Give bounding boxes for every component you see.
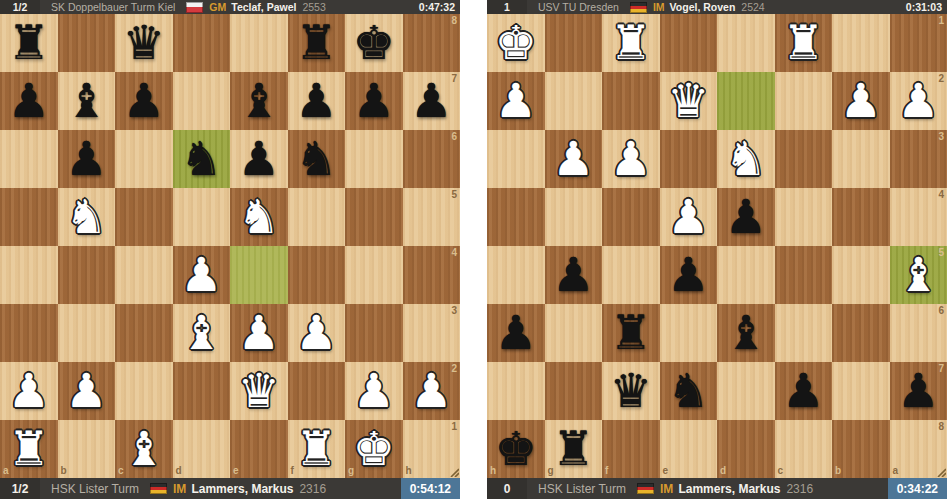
square-c6[interactable]	[775, 304, 833, 362]
square-f6[interactable]: ♜	[602, 304, 660, 362]
square-h2[interactable]: ♟2	[403, 362, 461, 420]
square-c8[interactable]: ♛	[115, 14, 173, 72]
white-pawn: ♟	[602, 130, 660, 188]
square-f2[interactable]	[602, 72, 660, 130]
player-title: GM	[209, 1, 226, 13]
square-b1[interactable]: b	[58, 420, 116, 478]
player-title: IM	[660, 482, 673, 496]
square-h1[interactable]: ♚	[487, 14, 545, 72]
black-king: ♚	[345, 14, 403, 72]
square-b8[interactable]	[58, 14, 116, 72]
square-e2[interactable]: ♛	[660, 72, 718, 130]
game-panel-left[interactable]: 1/2 SK Doppelbauer Turm Kiel GM Teclaf, …	[0, 0, 460, 499]
black-bishop: ♝	[230, 72, 288, 130]
rank-label: 1	[451, 422, 457, 432]
square-b6[interactable]	[832, 304, 890, 362]
player-rating: 2524	[741, 1, 764, 13]
file-label: e	[233, 466, 239, 476]
square-c3[interactable]	[775, 130, 833, 188]
square-g7[interactable]: ♟	[345, 72, 403, 130]
square-e5[interactable]: ♟	[660, 246, 718, 304]
black-bishop: ♝	[717, 304, 775, 362]
team-score-badge: 1/2	[0, 478, 40, 499]
team-score-badge: 0	[487, 478, 527, 499]
square-b2[interactable]: ♟	[58, 362, 116, 420]
square-h5[interactable]: 5	[403, 188, 461, 246]
square-a6[interactable]	[0, 130, 58, 188]
player-clock: 0:54:12	[401, 478, 460, 499]
file-label: f	[605, 466, 608, 476]
team-name: HSK Lister Turm	[51, 482, 139, 496]
square-h6[interactable]: 6	[403, 130, 461, 188]
square-b5[interactable]	[832, 246, 890, 304]
square-d7[interactable]	[717, 362, 775, 420]
chess-board-left: ♜♛♜♚8♟♝♟♝♟♟♟7♟♞♟♞6♞♞5♟4♝♟♟3♟♟♛♟♟2♜ab♝cde…	[0, 14, 460, 478]
square-e7[interactable]: ♞	[660, 362, 718, 420]
white-pawn: ♟	[832, 72, 890, 130]
black-rook: ♜	[0, 14, 58, 72]
player-rating: 2316	[786, 482, 813, 496]
player-name: Lammers, Markus	[678, 482, 780, 496]
square-f7[interactable]: ♛	[602, 362, 660, 420]
square-f8[interactable]: ♜	[288, 14, 346, 72]
square-a3[interactable]: 3	[890, 130, 948, 188]
white-pawn: ♟	[660, 188, 718, 246]
rank-label: 7	[938, 364, 944, 374]
square-c2[interactable]	[115, 362, 173, 420]
chess-board-right: ♚♜♜1♟♛♟♟2♟♟♞3♟♟4♟♟♝5♟♜♝6♛♞♟♟7♚h♜gfedcb8a	[487, 14, 947, 478]
square-d8[interactable]: d	[717, 420, 775, 478]
rank-label: 6	[938, 306, 944, 316]
square-b1[interactable]	[832, 14, 890, 72]
square-b8[interactable]: b	[832, 420, 890, 478]
black-rook: ♜	[288, 14, 346, 72]
square-g2[interactable]	[545, 72, 603, 130]
square-g4[interactable]	[345, 246, 403, 304]
team-score-badge: 1	[487, 0, 527, 14]
team-name: HSK Lister Turm	[538, 482, 626, 496]
black-knight: ♞	[660, 362, 718, 420]
square-f4[interactable]	[602, 188, 660, 246]
square-a2[interactable]: ♟2	[890, 72, 948, 130]
square-a4[interactable]	[0, 246, 58, 304]
square-h4[interactable]	[487, 188, 545, 246]
square-f6[interactable]: ♞	[288, 130, 346, 188]
black-pawn: ♟	[717, 188, 775, 246]
square-g1[interactable]	[545, 14, 603, 72]
square-d2[interactable]	[173, 362, 231, 420]
white-queen: ♛	[660, 72, 718, 130]
rank-label: 8	[451, 16, 457, 26]
square-b2[interactable]: ♟	[832, 72, 890, 130]
flag-germany-icon	[630, 2, 647, 13]
square-c8[interactable]: c	[775, 420, 833, 478]
square-e6[interactable]: ♟	[230, 130, 288, 188]
square-e8[interactable]: e	[660, 420, 718, 478]
file-label: g	[548, 466, 554, 476]
black-knight: ♞	[173, 130, 231, 188]
white-rook: ♜	[775, 14, 833, 72]
black-pawn: ♟	[115, 72, 173, 130]
rank-label: 1	[938, 16, 944, 26]
square-c1[interactable]: ♜	[775, 14, 833, 72]
file-label: b	[61, 466, 67, 476]
black-pawn: ♟	[660, 246, 718, 304]
file-label: h	[490, 466, 496, 476]
square-b3[interactable]	[832, 130, 890, 188]
square-a6[interactable]: 6	[890, 304, 948, 362]
white-pawn: ♟	[173, 246, 231, 304]
file-label: d	[176, 466, 182, 476]
square-h7[interactable]	[487, 362, 545, 420]
square-e3[interactable]	[660, 130, 718, 188]
square-f1[interactable]: ♜f	[288, 420, 346, 478]
rank-label: 7	[451, 74, 457, 84]
square-e8[interactable]	[230, 14, 288, 72]
file-label: d	[720, 466, 726, 476]
team-name: USV TU Dresden	[538, 1, 619, 13]
file-label: a	[3, 466, 9, 476]
square-f2[interactable]	[288, 362, 346, 420]
square-e6[interactable]	[660, 304, 718, 362]
square-a5[interactable]	[0, 188, 58, 246]
square-d4[interactable]: ♟	[173, 246, 231, 304]
player-name: Vogel, Roven	[670, 1, 736, 13]
black-pawn: ♟	[545, 246, 603, 304]
player-title: IM	[173, 482, 186, 496]
square-c4[interactable]	[775, 188, 833, 246]
black-pawn: ♟	[775, 362, 833, 420]
square-a7[interactable]: ♟7	[890, 362, 948, 420]
square-e4[interactable]: ♟	[660, 188, 718, 246]
white-pawn: ♟	[58, 362, 116, 420]
black-pawn: ♟	[58, 130, 116, 188]
black-rook: ♜	[602, 304, 660, 362]
square-g4[interactable]	[545, 188, 603, 246]
square-f4[interactable]	[288, 246, 346, 304]
top-player-bar: 1/2 SK Doppelbauer Turm Kiel GM Teclaf, …	[0, 0, 460, 14]
square-b7[interactable]: ♝	[58, 72, 116, 130]
black-queen: ♛	[115, 14, 173, 72]
square-a7[interactable]: ♟	[0, 72, 58, 130]
rank-label: 2	[451, 364, 457, 374]
player-name: Lammers, Markus	[191, 482, 293, 496]
square-g2[interactable]: ♟	[345, 362, 403, 420]
square-h2[interactable]: ♟	[487, 72, 545, 130]
square-g3[interactable]	[345, 304, 403, 362]
square-b7[interactable]	[832, 362, 890, 420]
bottom-player-bar: 0 HSK Lister Turm IM Lammers, Markus 231…	[487, 478, 947, 499]
square-a5[interactable]: ♝5	[890, 246, 948, 304]
square-d4[interactable]: ♟	[717, 188, 775, 246]
square-b4[interactable]	[58, 246, 116, 304]
game-panel-right[interactable]: 1 USV TU Dresden IM Vogel, Roven 2524 0:…	[487, 0, 947, 499]
square-g7[interactable]	[545, 362, 603, 420]
rank-label: 5	[938, 248, 944, 258]
square-d3[interactable]: ♝	[173, 304, 231, 362]
square-d5[interactable]	[717, 246, 775, 304]
black-pawn: ♟	[487, 304, 545, 362]
player-rating: 2316	[299, 482, 326, 496]
white-pawn: ♟	[487, 72, 545, 130]
square-b5[interactable]: ♞	[58, 188, 116, 246]
square-d1[interactable]	[717, 14, 775, 72]
white-rook: ♜	[602, 14, 660, 72]
file-label: f	[291, 466, 294, 476]
white-pawn: ♟	[0, 362, 58, 420]
square-c7[interactable]: ♟	[115, 72, 173, 130]
square-b4[interactable]	[832, 188, 890, 246]
square-c5[interactable]	[115, 188, 173, 246]
black-pawn: ♟	[230, 130, 288, 188]
file-label: c	[778, 466, 784, 476]
square-d6[interactable]: ♝	[717, 304, 775, 362]
square-h3[interactable]	[487, 130, 545, 188]
team-name: SK Doppelbauer Turm Kiel	[51, 1, 175, 13]
square-e1[interactable]: e	[230, 420, 288, 478]
square-g1[interactable]: ♚g	[345, 420, 403, 478]
square-e1[interactable]	[660, 14, 718, 72]
flag-germany-icon	[637, 483, 654, 494]
square-g5[interactable]: ♟	[545, 246, 603, 304]
square-e5[interactable]: ♞	[230, 188, 288, 246]
square-a2[interactable]: ♟	[0, 362, 58, 420]
board-corner-hatch-icon	[935, 466, 946, 477]
square-e2[interactable]: ♛	[230, 362, 288, 420]
square-f7[interactable]: ♟	[288, 72, 346, 130]
file-label: b	[835, 466, 841, 476]
square-b6[interactable]: ♟	[58, 130, 116, 188]
square-h8[interactable]: ♚h	[487, 420, 545, 478]
flag-poland-icon	[186, 2, 203, 13]
square-f8[interactable]: f	[602, 420, 660, 478]
square-h8[interactable]: 8	[403, 14, 461, 72]
white-knight: ♞	[58, 188, 116, 246]
square-e4[interactable]	[230, 246, 288, 304]
black-bishop: ♝	[58, 72, 116, 130]
square-c7[interactable]: ♟	[775, 362, 833, 420]
square-a1[interactable]: 1	[890, 14, 948, 72]
square-d7[interactable]	[173, 72, 231, 130]
square-g5[interactable]	[345, 188, 403, 246]
square-a3[interactable]	[0, 304, 58, 362]
white-queen: ♛	[230, 362, 288, 420]
square-f3[interactable]: ♟	[288, 304, 346, 362]
square-c5[interactable]	[775, 246, 833, 304]
board-corner-hatch-icon	[448, 466, 459, 477]
file-label: e	[663, 466, 669, 476]
square-a4[interactable]: 4	[890, 188, 948, 246]
square-c1[interactable]: ♝c	[115, 420, 173, 478]
square-h4[interactable]: 4	[403, 246, 461, 304]
square-b3[interactable]	[58, 304, 116, 362]
black-pawn: ♟	[0, 72, 58, 130]
team-score-badge: 1/2	[0, 0, 40, 14]
rank-label: 8	[938, 422, 944, 432]
rank-label: 5	[451, 190, 457, 200]
square-c2[interactable]	[775, 72, 833, 130]
square-c3[interactable]	[115, 304, 173, 362]
square-d5[interactable]	[173, 188, 231, 246]
square-c4[interactable]	[115, 246, 173, 304]
file-label: h	[406, 466, 412, 476]
white-pawn: ♟	[345, 362, 403, 420]
player-name: Teclaf, Pawel	[231, 1, 296, 13]
square-a1[interactable]: ♜a	[0, 420, 58, 478]
file-label: c	[118, 466, 124, 476]
white-pawn: ♟	[545, 130, 603, 188]
bottom-player-bar: 1/2 HSK Lister Turm IM Lammers, Markus 2…	[0, 478, 460, 499]
square-f5[interactable]	[602, 246, 660, 304]
square-f3[interactable]: ♟	[602, 130, 660, 188]
square-g6[interactable]	[345, 130, 403, 188]
square-f1[interactable]: ♜	[602, 14, 660, 72]
black-pawn: ♟	[345, 72, 403, 130]
square-d8[interactable]	[173, 14, 231, 72]
file-label: a	[893, 466, 899, 476]
square-g3[interactable]: ♟	[545, 130, 603, 188]
square-h5[interactable]	[487, 246, 545, 304]
square-h7[interactable]: ♟7	[403, 72, 461, 130]
square-c6[interactable]	[115, 130, 173, 188]
player-clock: 0:47:32	[414, 0, 460, 14]
player-rating: 2553	[302, 1, 325, 13]
square-g8[interactable]: ♚	[345, 14, 403, 72]
square-e3[interactable]: ♟	[230, 304, 288, 362]
square-h6[interactable]: ♟	[487, 304, 545, 362]
black-pawn: ♟	[288, 72, 346, 130]
square-g8[interactable]: ♜g	[545, 420, 603, 478]
square-e7[interactable]: ♝	[230, 72, 288, 130]
white-king: ♚	[487, 14, 545, 72]
rank-label: 6	[451, 132, 457, 142]
file-label: g	[348, 466, 354, 476]
player-clock: 0:31:03	[901, 0, 947, 14]
rank-label: 2	[938, 74, 944, 84]
square-f5[interactable]	[288, 188, 346, 246]
rank-label: 4	[451, 248, 457, 258]
white-pawn: ♟	[230, 304, 288, 362]
rank-label: 3	[938, 132, 944, 142]
rank-label: 4	[938, 190, 944, 200]
rank-label: 3	[451, 306, 457, 316]
white-rook: ♜	[288, 420, 346, 478]
black-queen: ♛	[602, 362, 660, 420]
white-knight: ♞	[230, 188, 288, 246]
square-a8[interactable]: ♜	[0, 14, 58, 72]
white-pawn: ♟	[288, 304, 346, 362]
square-g6[interactable]	[545, 304, 603, 362]
top-player-bar: 1 USV TU Dresden IM Vogel, Roven 2524 0:…	[487, 0, 947, 14]
square-d3[interactable]: ♞	[717, 130, 775, 188]
flag-germany-icon	[150, 483, 167, 494]
player-title: IM	[653, 1, 665, 13]
white-knight: ♞	[717, 130, 775, 188]
square-h3[interactable]: 3	[403, 304, 461, 362]
square-d6[interactable]: ♞	[173, 130, 231, 188]
square-d2[interactable]	[717, 72, 775, 130]
black-knight: ♞	[288, 130, 346, 188]
player-clock: 0:34:22	[888, 478, 947, 499]
square-d1[interactable]: d	[173, 420, 231, 478]
white-bishop: ♝	[173, 304, 231, 362]
